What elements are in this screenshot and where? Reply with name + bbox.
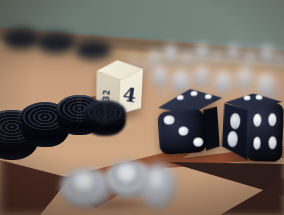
silver-checker-bokeh [226, 45, 241, 64]
far-black-checker [36, 32, 76, 54]
pip-icon [227, 131, 238, 148]
silver-checker [140, 163, 176, 209]
pip-icon [204, 94, 211, 99]
silver-checker-bokeh [163, 45, 178, 65]
pip-icon [243, 96, 250, 101]
silver-checker-bokeh [180, 50, 194, 68]
silver-checker-bokeh [236, 68, 253, 91]
backgammon-photo: 32 4 [0, 0, 284, 215]
pip-icon [268, 113, 276, 126]
die2-front-face [246, 102, 284, 162]
pip-icon [190, 91, 197, 96]
pip-icon [256, 95, 263, 100]
pip-icon [230, 113, 241, 130]
black-die-1 [150, 86, 227, 159]
silver-checker-bokeh [152, 66, 168, 88]
silver-checker-bokeh [243, 50, 257, 68]
pip-icon [177, 95, 184, 100]
silver-checker-bokeh [193, 66, 210, 88]
black-checker [84, 100, 126, 136]
pip-icon [178, 126, 189, 136]
silver-checker-bokeh [211, 49, 224, 66]
silver-checker-bokeh [194, 44, 210, 64]
silver-checker-bokeh [274, 52, 284, 69]
pip-icon [163, 115, 174, 125]
black-die-2 [219, 91, 284, 165]
die1-front-face [157, 109, 207, 156]
far-black-checker [2, 28, 40, 50]
pip-icon [253, 136, 261, 149]
pip-icon [268, 136, 276, 149]
black-checker-top [84, 100, 126, 125]
pip-icon [253, 113, 261, 126]
silver-checker [60, 168, 112, 208]
silver-checker-bokeh [259, 46, 275, 66]
pip-icon [193, 137, 204, 147]
